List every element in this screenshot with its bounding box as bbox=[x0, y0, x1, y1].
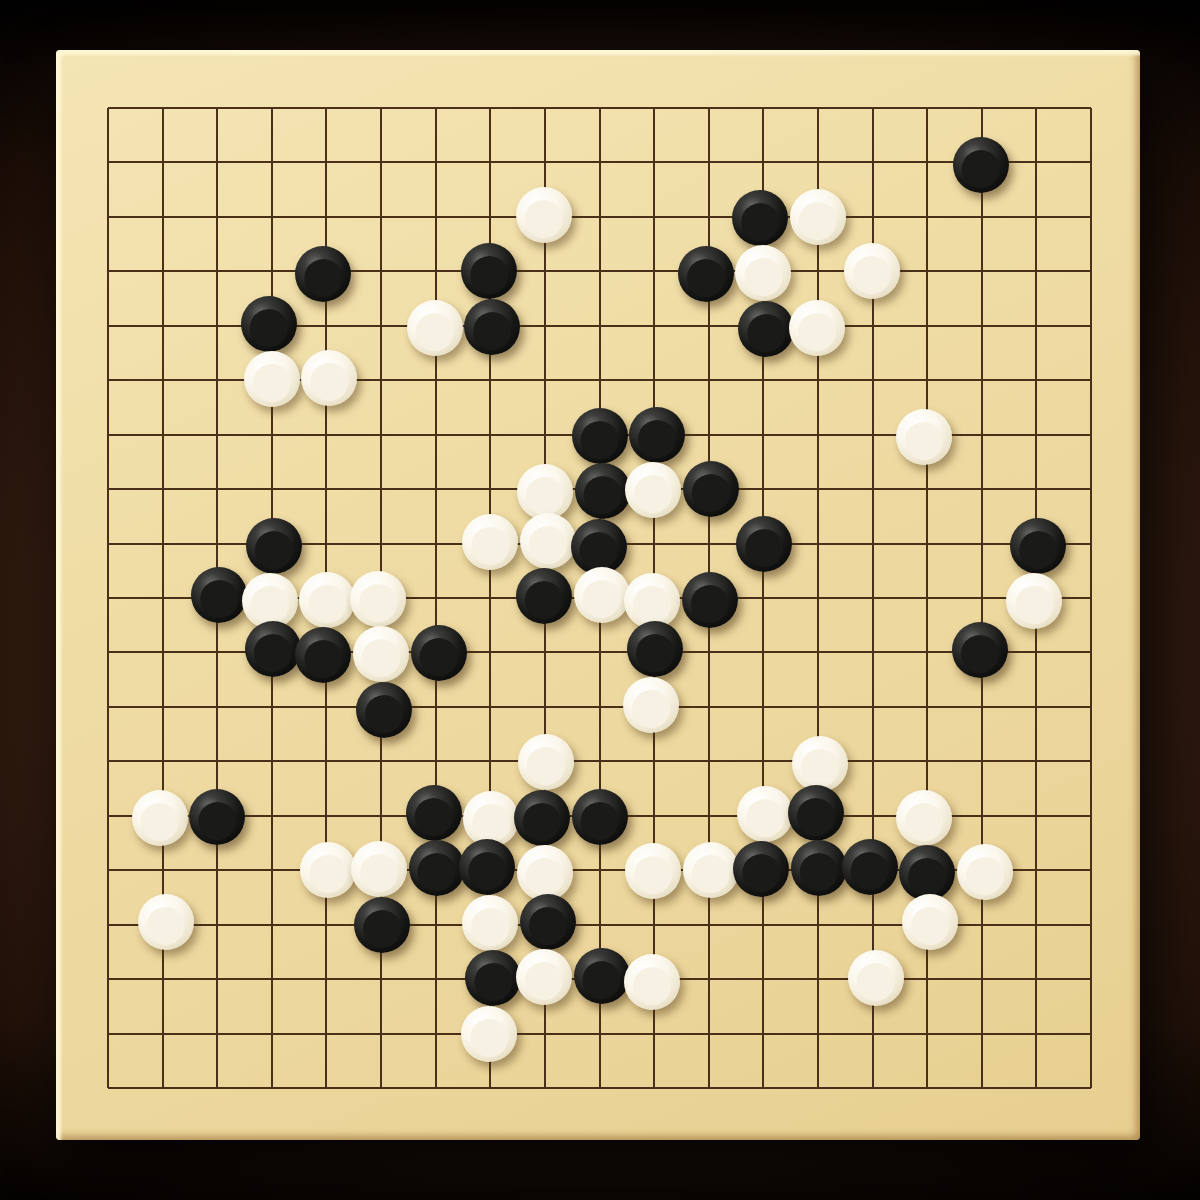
black-stone: ● bbox=[356, 682, 412, 738]
black-stone: ● bbox=[246, 518, 302, 574]
white-stone: ● bbox=[789, 300, 845, 356]
black-stone: ● bbox=[189, 789, 245, 845]
white-stone: ● bbox=[574, 567, 630, 623]
black-stone: ● bbox=[245, 621, 301, 677]
white-stone: ● bbox=[683, 842, 739, 898]
white-stone: ● bbox=[407, 300, 463, 356]
black-stone: ● bbox=[629, 407, 685, 463]
black-stone: ● bbox=[409, 840, 465, 896]
black-stone: ● bbox=[406, 785, 462, 841]
grid-line-horizontal bbox=[108, 1087, 1091, 1089]
white-stone: ● bbox=[737, 786, 793, 842]
black-stone: ● bbox=[354, 897, 410, 953]
black-stone: ● bbox=[733, 841, 789, 897]
white-stone: ● bbox=[624, 954, 680, 1010]
white-stone: ● bbox=[461, 1006, 517, 1062]
grid-line-horizontal bbox=[108, 706, 1091, 708]
white-stone: ● bbox=[520, 513, 576, 569]
white-stone: ● bbox=[516, 949, 572, 1005]
white-stone: ● bbox=[625, 462, 681, 518]
white-stone: ● bbox=[735, 245, 791, 301]
white-stone: ● bbox=[957, 844, 1013, 900]
white-stone: ● bbox=[300, 842, 356, 898]
white-stone: ● bbox=[625, 843, 681, 899]
grid-line-horizontal bbox=[108, 760, 1091, 762]
white-stone: ● bbox=[301, 350, 357, 406]
white-stone: ● bbox=[516, 187, 572, 243]
black-stone: ● bbox=[411, 625, 467, 681]
black-stone: ● bbox=[842, 839, 898, 895]
black-stone: ● bbox=[241, 296, 297, 352]
white-stone: ● bbox=[902, 894, 958, 950]
grid-line-horizontal bbox=[108, 1033, 1091, 1035]
white-stone: ● bbox=[896, 409, 952, 465]
black-stone: ● bbox=[516, 568, 572, 624]
black-stone: ● bbox=[574, 948, 630, 1004]
black-stone: ● bbox=[459, 839, 515, 895]
white-stone: ● bbox=[138, 894, 194, 950]
black-stone: ● bbox=[575, 463, 631, 519]
grid-line-vertical bbox=[1090, 108, 1092, 1088]
black-stone: ● bbox=[465, 950, 521, 1006]
black-stone: ● bbox=[738, 301, 794, 357]
white-stone: ● bbox=[1006, 573, 1062, 629]
white-stone: ● bbox=[351, 841, 407, 897]
white-stone: ● bbox=[896, 790, 952, 846]
black-stone: ● bbox=[520, 894, 576, 950]
photo-backdrop: ●●●●●●●●●●●●●●●●●●●●●●●●●●●●●●●●●●●●●●●●… bbox=[0, 0, 1200, 1200]
black-stone: ● bbox=[788, 785, 844, 841]
white-stone: ● bbox=[299, 572, 355, 628]
black-stone: ● bbox=[791, 840, 847, 896]
white-stone: ● bbox=[244, 351, 300, 407]
white-stone: ● bbox=[623, 677, 679, 733]
white-stone: ● bbox=[353, 626, 409, 682]
black-stone: ● bbox=[682, 572, 738, 628]
black-stone: ● bbox=[683, 461, 739, 517]
black-stone: ● bbox=[953, 137, 1009, 193]
black-stone: ● bbox=[627, 621, 683, 677]
black-stone: ● bbox=[191, 567, 247, 623]
black-stone: ● bbox=[461, 243, 517, 299]
white-stone: ● bbox=[462, 514, 518, 570]
white-stone: ● bbox=[350, 571, 406, 627]
white-stone: ● bbox=[790, 189, 846, 245]
black-stone: ● bbox=[1010, 518, 1066, 574]
grid-line-vertical bbox=[817, 108, 819, 1088]
black-stone: ● bbox=[295, 627, 351, 683]
black-stone: ● bbox=[736, 516, 792, 572]
grid-line-vertical bbox=[981, 108, 983, 1088]
black-stone: ● bbox=[572, 789, 628, 845]
black-stone: ● bbox=[952, 622, 1008, 678]
black-stone: ● bbox=[464, 299, 520, 355]
board-grid[interactable]: ●●●●●●●●●●●●●●●●●●●●●●●●●●●●●●●●●●●●●●●●… bbox=[108, 108, 1091, 1088]
white-stone: ● bbox=[132, 790, 188, 846]
white-stone: ● bbox=[462, 895, 518, 951]
black-stone: ● bbox=[732, 190, 788, 246]
white-stone: ● bbox=[844, 243, 900, 299]
black-stone: ● bbox=[678, 246, 734, 302]
white-stone: ● bbox=[518, 734, 574, 790]
black-stone: ● bbox=[514, 790, 570, 846]
go-board: ●●●●●●●●●●●●●●●●●●●●●●●●●●●●●●●●●●●●●●●●… bbox=[56, 50, 1140, 1140]
white-stone: ● bbox=[848, 950, 904, 1006]
black-stone: ● bbox=[295, 246, 351, 302]
black-stone: ● bbox=[572, 408, 628, 464]
